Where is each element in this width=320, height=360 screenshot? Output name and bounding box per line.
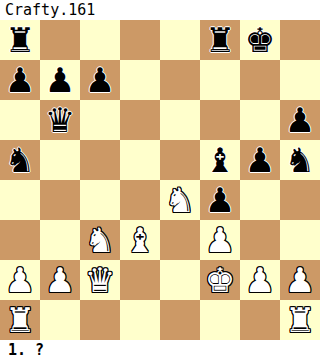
square-a7[interactable]: ♟ <box>0 60 40 100</box>
piece-white-pawn: ♟ <box>245 260 275 300</box>
square-b2[interactable]: ♟ <box>40 260 80 300</box>
square-d4[interactable] <box>120 180 160 220</box>
square-d2[interactable] <box>120 260 160 300</box>
square-c3[interactable]: ♞ <box>80 220 120 260</box>
square-a2[interactable]: ♟ <box>0 260 40 300</box>
square-h6[interactable]: ♟ <box>280 100 320 140</box>
square-b3[interactable] <box>40 220 80 260</box>
piece-white-pawn: ♟ <box>205 220 235 260</box>
square-h4[interactable] <box>280 180 320 220</box>
square-h8[interactable] <box>280 20 320 60</box>
square-b1[interactable] <box>40 300 80 340</box>
piece-black-rook: ♜ <box>205 20 235 60</box>
square-d3[interactable]: ♝ <box>120 220 160 260</box>
square-f5[interactable]: ♝ <box>200 140 240 180</box>
move-prompt: 1. ? <box>0 340 320 360</box>
square-g2[interactable]: ♟ <box>240 260 280 300</box>
square-h5[interactable]: ♞ <box>280 140 320 180</box>
piece-white-bishop: ♝ <box>125 220 155 260</box>
chess-board: ♜♜♚♟♟♟♛♟♞♝♟♞♞♟♞♝♟♟♟♛♚♟♟♜♜ <box>0 20 320 340</box>
piece-black-pawn: ♟ <box>205 180 235 220</box>
square-g1[interactable] <box>240 300 280 340</box>
piece-black-pawn: ♟ <box>5 60 35 100</box>
square-b5[interactable] <box>40 140 80 180</box>
square-h7[interactable] <box>280 60 320 100</box>
square-h3[interactable] <box>280 220 320 260</box>
square-d5[interactable] <box>120 140 160 180</box>
square-a1[interactable]: ♜ <box>0 300 40 340</box>
square-f7[interactable] <box>200 60 240 100</box>
square-h1[interactable]: ♜ <box>280 300 320 340</box>
square-g4[interactable] <box>240 180 280 220</box>
square-a8[interactable]: ♜ <box>0 20 40 60</box>
square-b8[interactable] <box>40 20 80 60</box>
square-g8[interactable]: ♚ <box>240 20 280 60</box>
piece-white-pawn: ♟ <box>285 260 315 300</box>
square-e5[interactable] <box>160 140 200 180</box>
square-d8[interactable] <box>120 20 160 60</box>
square-e3[interactable] <box>160 220 200 260</box>
square-f6[interactable] <box>200 100 240 140</box>
square-e7[interactable] <box>160 60 200 100</box>
piece-white-queen: ♛ <box>85 260 115 300</box>
piece-white-king: ♚ <box>205 260 235 300</box>
piece-black-rook: ♜ <box>5 20 35 60</box>
piece-white-knight: ♞ <box>165 180 195 220</box>
square-g6[interactable] <box>240 100 280 140</box>
square-e6[interactable] <box>160 100 200 140</box>
piece-black-pawn: ♟ <box>245 140 275 180</box>
piece-black-knight: ♞ <box>285 140 315 180</box>
square-c1[interactable] <box>80 300 120 340</box>
square-c4[interactable] <box>80 180 120 220</box>
piece-black-pawn: ♟ <box>285 100 315 140</box>
square-d1[interactable] <box>120 300 160 340</box>
square-g5[interactable]: ♟ <box>240 140 280 180</box>
square-h2[interactable]: ♟ <box>280 260 320 300</box>
square-f8[interactable]: ♜ <box>200 20 240 60</box>
square-e4[interactable]: ♞ <box>160 180 200 220</box>
square-a5[interactable]: ♞ <box>0 140 40 180</box>
square-c2[interactable]: ♛ <box>80 260 120 300</box>
square-f2[interactable]: ♚ <box>200 260 240 300</box>
piece-black-queen: ♛ <box>45 100 75 140</box>
square-c5[interactable] <box>80 140 120 180</box>
piece-white-pawn: ♟ <box>5 260 35 300</box>
square-g7[interactable] <box>240 60 280 100</box>
square-e8[interactable] <box>160 20 200 60</box>
piece-white-knight: ♞ <box>85 220 115 260</box>
square-b7[interactable]: ♟ <box>40 60 80 100</box>
window-title: Crafty.161 <box>0 0 320 20</box>
piece-black-pawn: ♟ <box>45 60 75 100</box>
square-c8[interactable] <box>80 20 120 60</box>
square-c6[interactable] <box>80 100 120 140</box>
square-b6[interactable]: ♛ <box>40 100 80 140</box>
square-f3[interactable]: ♟ <box>200 220 240 260</box>
square-e1[interactable] <box>160 300 200 340</box>
square-d7[interactable] <box>120 60 160 100</box>
square-d6[interactable] <box>120 100 160 140</box>
piece-white-rook: ♜ <box>5 300 35 340</box>
square-e2[interactable] <box>160 260 200 300</box>
square-b4[interactable] <box>40 180 80 220</box>
piece-white-pawn: ♟ <box>45 260 75 300</box>
square-f1[interactable] <box>200 300 240 340</box>
piece-black-knight: ♞ <box>5 140 35 180</box>
square-a4[interactable] <box>0 180 40 220</box>
square-a3[interactable] <box>0 220 40 260</box>
square-g3[interactable] <box>240 220 280 260</box>
piece-white-rook: ♜ <box>285 300 315 340</box>
square-a6[interactable] <box>0 100 40 140</box>
piece-black-bishop: ♝ <box>205 140 235 180</box>
square-c7[interactable]: ♟ <box>80 60 120 100</box>
piece-black-pawn: ♟ <box>85 60 115 100</box>
square-f4[interactable]: ♟ <box>200 180 240 220</box>
piece-black-king: ♚ <box>245 20 275 60</box>
